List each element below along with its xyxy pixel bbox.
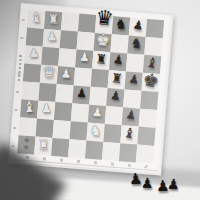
- piece-white-pawn-b7[interactable]: ♟: [43, 27, 60, 45]
- square-c2[interactable]: [53, 120, 71, 139]
- piece-black-rook-e6[interactable]: ♜: [92, 49, 111, 69]
- piece-white-pawn-a6[interactable]: ♟: [25, 44, 43, 63]
- piece-white-bishop-a3[interactable]: ♝: [20, 98, 38, 117]
- square-a2[interactable]: [19, 117, 37, 136]
- square-d3[interactable]: [71, 103, 89, 122]
- square-c4[interactable]: [55, 84, 73, 103]
- piece-black-pawn-d4[interactable]: ♟: [73, 84, 91, 103]
- square-c7[interactable]: [60, 30, 78, 49]
- square-h8[interactable]: [146, 19, 164, 38]
- vinyl-board-sheet: ❖❖ ♝♜♛♞♟♟♚♞♟♟♜♟♝♛♟♜♟♚♟♟♝♟♟♟♞♝♜: [8, 3, 173, 176]
- piece-white-knight-e2[interactable]: ♞: [86, 120, 105, 140]
- piece-black-pawn-f6[interactable]: ♟: [109, 50, 128, 70]
- chessboard-photo: ❖❖ ♝♜♛♞♟♟♚♞♟♟♜♟♝♛♟♜♟♚♟♟♝♟♟♟♞♝♜ ♟♟♟♟: [0, 0, 200, 200]
- piece-white-bishop-a8[interactable]: ♝: [28, 8, 46, 27]
- corner-ornament: ❖❖: [23, 138, 30, 152]
- piece-white-king-e7[interactable]: ♚: [93, 31, 112, 51]
- square-h1[interactable]: [136, 145, 154, 164]
- piece-black-bishop-g2[interactable]: ♝: [120, 123, 140, 144]
- square-d2[interactable]: [69, 121, 87, 140]
- piece-black-knight-g7[interactable]: ♞: [127, 33, 147, 54]
- square-d1[interactable]: [68, 139, 86, 158]
- piece-white-pawn-c5[interactable]: ♟: [57, 65, 74, 83]
- square-a5[interactable]: [23, 63, 41, 82]
- piece-white-pawn-e3[interactable]: ♟: [88, 103, 107, 123]
- square-e1[interactable]: [85, 141, 103, 160]
- square-h4[interactable]: [140, 91, 158, 110]
- square-c1[interactable]: [51, 138, 69, 157]
- piece-white-pawn-b3[interactable]: ♟: [38, 99, 55, 117]
- piece-black-queen-e8[interactable]: ♛: [95, 8, 114, 28]
- square-a1[interactable]: ❖❖: [17, 135, 35, 154]
- piece-black-king-h5[interactable]: ♚: [141, 70, 161, 91]
- square-h2[interactable]: [137, 127, 155, 146]
- piece-white-rook-b8[interactable]: ♜: [45, 10, 62, 28]
- square-c8[interactable]: [61, 12, 79, 31]
- captured-black-pawn-2[interactable]: ♟: [141, 176, 154, 190]
- captured-black-pawn-4[interactable]: ♟: [167, 177, 181, 192]
- square-g1[interactable]: [119, 143, 137, 162]
- square-c3[interactable]: [54, 102, 72, 121]
- piece-white-rook-b1[interactable]: ♜: [35, 135, 52, 153]
- piece-white-pawn-d6[interactable]: ♟: [75, 48, 93, 67]
- square-d8[interactable]: [78, 14, 96, 33]
- piece-black-pawn-f4[interactable]: ♟: [106, 86, 125, 106]
- square-e5[interactable]: [91, 69, 109, 88]
- piece-white-queen-b5[interactable]: ♛: [41, 63, 58, 81]
- square-f1[interactable]: [102, 142, 120, 161]
- square-h3[interactable]: [139, 109, 157, 128]
